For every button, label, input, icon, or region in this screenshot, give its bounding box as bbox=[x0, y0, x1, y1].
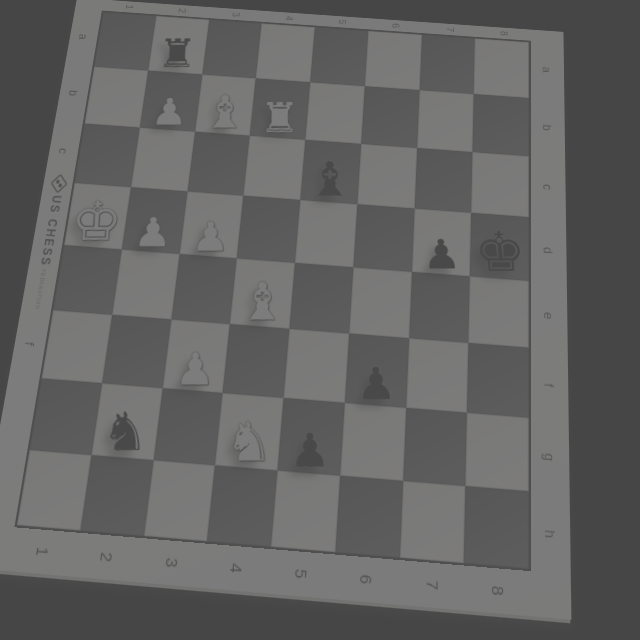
square-d8[interactable]: ♚ bbox=[470, 213, 529, 281]
square-g5[interactable]: ♟ bbox=[277, 398, 344, 476]
square-g7[interactable] bbox=[403, 408, 467, 486]
square-e1[interactable] bbox=[53, 245, 121, 315]
square-f1[interactable] bbox=[42, 310, 112, 383]
square-d5[interactable] bbox=[295, 200, 357, 267]
square-f4[interactable] bbox=[223, 324, 290, 398]
piece-white-pawn-d2[interactable]: ♟ bbox=[133, 214, 173, 252]
square-f3[interactable]: ♟ bbox=[162, 319, 230, 393]
square-a8[interactable] bbox=[474, 38, 529, 98]
square-b2[interactable]: ♟ bbox=[140, 71, 202, 132]
piece-white-king-d1[interactable]: ♚ bbox=[69, 197, 124, 248]
square-d6[interactable] bbox=[353, 204, 414, 272]
square-b7[interactable] bbox=[417, 90, 474, 152]
square-d3[interactable]: ♟ bbox=[179, 191, 243, 258]
us-chess-sub-wordmark: FEDERATION bbox=[33, 269, 46, 310]
square-d7[interactable]: ♟ bbox=[411, 208, 471, 276]
square-e2[interactable] bbox=[112, 249, 179, 319]
square-c6[interactable] bbox=[357, 144, 417, 209]
square-a2[interactable]: ♜ bbox=[148, 16, 209, 74]
square-f5[interactable] bbox=[284, 329, 349, 403]
piece-black-knight-g2[interactable]: ♞ bbox=[100, 407, 150, 458]
square-h1[interactable] bbox=[17, 450, 91, 531]
square-e3[interactable] bbox=[171, 254, 237, 324]
square-d4[interactable] bbox=[237, 196, 300, 263]
square-a5[interactable] bbox=[310, 27, 368, 86]
square-g1[interactable] bbox=[30, 378, 102, 455]
square-c2[interactable] bbox=[131, 128, 195, 192]
square-g2[interactable]: ♞ bbox=[91, 383, 162, 460]
square-b5[interactable] bbox=[305, 82, 364, 144]
piece-black-pawn-f6[interactable]: ♟ bbox=[356, 363, 397, 405]
square-c7[interactable] bbox=[414, 148, 473, 213]
piece-white-pawn-d3[interactable]: ♟ bbox=[191, 218, 230, 256]
square-e6[interactable] bbox=[349, 267, 412, 338]
square-f8[interactable] bbox=[467, 343, 529, 418]
square-g4[interactable]: ♞ bbox=[215, 393, 283, 470]
chess-board: 12345678 12345678 abcf abcdefgh US CHESS… bbox=[0, 0, 571, 620]
square-h8[interactable] bbox=[464, 486, 529, 569]
square-e4[interactable]: ♝ bbox=[230, 258, 295, 328]
square-h7[interactable] bbox=[399, 481, 465, 563]
us-chess-diamond-icon bbox=[49, 174, 67, 193]
piece-white-bishop-e4[interactable]: ♝ bbox=[238, 277, 286, 326]
square-h4[interactable] bbox=[207, 465, 277, 546]
piece-black-bishop-c5[interactable]: ♝ bbox=[307, 157, 353, 202]
square-a7[interactable] bbox=[419, 35, 475, 94]
square-c5[interactable]: ♝ bbox=[300, 140, 361, 204]
square-c1[interactable] bbox=[75, 124, 140, 188]
file-labels-right: abcdefgh bbox=[531, 41, 571, 575]
square-h2[interactable] bbox=[80, 455, 153, 536]
square-f6[interactable]: ♟ bbox=[345, 333, 409, 407]
photo-stage: 12345678 12345678 abcf abcdefgh US CHESS… bbox=[0, 0, 640, 640]
piece-white-pawn-f3[interactable]: ♟ bbox=[174, 349, 215, 391]
square-e5[interactable] bbox=[289, 263, 353, 334]
board-grid: ♜♟♝♜♝♚♟♟♟♚♝♟♟♞♞♟ bbox=[14, 11, 531, 572]
square-h5[interactable] bbox=[271, 470, 340, 552]
piece-black-rook-a2[interactable]: ♜ bbox=[157, 36, 198, 73]
square-g8[interactable] bbox=[466, 413, 529, 492]
square-c4[interactable] bbox=[244, 136, 306, 200]
square-d1[interactable]: ♚ bbox=[64, 183, 131, 250]
square-g3[interactable] bbox=[153, 388, 223, 465]
square-g6[interactable] bbox=[340, 403, 406, 481]
piece-black-pawn-g5[interactable]: ♟ bbox=[290, 429, 331, 473]
square-a6[interactable] bbox=[365, 31, 422, 90]
square-b1[interactable] bbox=[85, 67, 148, 128]
square-c3[interactable] bbox=[187, 132, 250, 196]
piece-white-bishop-b3[interactable]: ♝ bbox=[202, 91, 248, 134]
piece-white-knight-g4[interactable]: ♞ bbox=[224, 417, 272, 468]
square-f2[interactable] bbox=[102, 315, 171, 388]
piece-white-pawn-b2[interactable]: ♟ bbox=[150, 95, 188, 130]
square-h6[interactable] bbox=[335, 476, 403, 558]
square-c8[interactable] bbox=[471, 152, 528, 217]
square-e8[interactable] bbox=[469, 276, 529, 347]
square-b6[interactable] bbox=[361, 86, 419, 148]
piece-black-pawn-d7[interactable]: ♟ bbox=[421, 236, 461, 275]
square-b8[interactable] bbox=[473, 94, 529, 156]
square-a1[interactable] bbox=[94, 12, 156, 70]
piece-black-king-d8[interactable]: ♚ bbox=[472, 227, 527, 279]
square-b4[interactable]: ♜ bbox=[250, 78, 310, 139]
square-b3[interactable]: ♝ bbox=[195, 74, 256, 135]
square-h3[interactable] bbox=[143, 460, 215, 541]
square-e7[interactable] bbox=[409, 272, 470, 343]
piece-white-rook-b4[interactable]: ♜ bbox=[259, 99, 300, 138]
square-f7[interactable] bbox=[406, 338, 469, 413]
square-a3[interactable] bbox=[202, 20, 262, 79]
square-a4[interactable] bbox=[256, 23, 315, 82]
square-d2[interactable]: ♟ bbox=[122, 187, 188, 254]
